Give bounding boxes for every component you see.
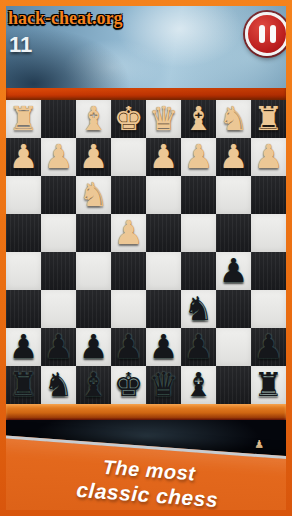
square-h3[interactable] [6,176,41,214]
square-b4[interactable] [216,214,251,252]
square-g2[interactable]: ♟ [41,138,76,176]
square-h8[interactable]: ♜ [6,366,41,404]
square-b3[interactable] [216,176,251,214]
square-e4[interactable]: ♟ [111,214,146,252]
square-f8[interactable]: ♝ [76,366,111,404]
white-pawn[interactable]: ♟ [146,138,181,176]
square-a4[interactable] [251,214,286,252]
square-d3[interactable] [146,176,181,214]
black-pawn[interactable]: ♟ [251,328,286,366]
square-h6[interactable] [6,290,41,328]
black-bishop[interactable]: ♝ [181,366,216,404]
black-pawn[interactable]: ♟ [6,328,41,366]
square-e7[interactable]: ♟ [111,328,146,366]
square-c3[interactable] [181,176,216,214]
square-c8[interactable]: ♝ [181,366,216,404]
white-pawn[interactable]: ♟ [216,138,251,176]
square-g5[interactable] [41,252,76,290]
square-h7[interactable]: ♟ [6,328,41,366]
black-pawn[interactable]: ♟ [41,328,76,366]
square-g4[interactable] [41,214,76,252]
white-bishop[interactable]: ♝ [181,100,216,138]
square-c6[interactable]: ♞ [181,290,216,328]
square-a7[interactable]: ♟ [251,328,286,366]
square-c4[interactable] [181,214,216,252]
square-f1[interactable]: ♝ [76,100,111,138]
black-bishop[interactable]: ♝ [76,366,111,404]
black-rook[interactable]: ♜ [6,366,41,404]
black-pawn[interactable]: ♟ [216,252,251,290]
square-e2[interactable] [111,138,146,176]
square-g6[interactable] [41,290,76,328]
square-f3[interactable]: ♞ [76,176,111,214]
square-d4[interactable] [146,214,181,252]
black-queen[interactable]: ♛ [146,366,181,404]
square-f5[interactable] [76,252,111,290]
black-pawn[interactable]: ♟ [146,328,181,366]
square-h5[interactable] [6,252,41,290]
square-d1[interactable]: ♛ [146,100,181,138]
timer-value: 11 [9,32,32,58]
square-b7[interactable] [216,328,251,366]
white-king[interactable]: ♚ [111,100,146,138]
square-f6[interactable] [76,290,111,328]
game-screen: hack-cheat.org 11 ♜♝♚♛♝♞♜♟♟♟♟♟♟♟♞♟♟♞♟♟♟♟… [6,6,286,510]
square-c7[interactable]: ♟ [181,328,216,366]
white-knight[interactable]: ♞ [216,100,251,138]
white-pawn[interactable]: ♟ [76,138,111,176]
square-d6[interactable] [146,290,181,328]
black-knight[interactable]: ♞ [41,366,76,404]
black-pawn[interactable]: ♟ [111,328,146,366]
square-a5[interactable] [251,252,286,290]
white-queen[interactable]: ♛ [146,100,181,138]
pause-button[interactable] [245,12,286,56]
square-f7[interactable]: ♟ [76,328,111,366]
square-e8[interactable]: ♚ [111,366,146,404]
square-e1[interactable]: ♚ [111,100,146,138]
square-e6[interactable] [111,290,146,328]
square-b6[interactable] [216,290,251,328]
square-h1[interactable]: ♜ [6,100,41,138]
square-c5[interactable] [181,252,216,290]
square-h2[interactable]: ♟ [6,138,41,176]
square-g8[interactable]: ♞ [41,366,76,404]
square-f2[interactable]: ♟ [76,138,111,176]
square-c2[interactable]: ♟ [181,138,216,176]
black-pawn[interactable]: ♟ [181,328,216,366]
square-f4[interactable] [76,214,111,252]
square-e5[interactable] [111,252,146,290]
black-rook[interactable]: ♜ [251,366,286,404]
square-g1[interactable] [41,100,76,138]
square-a2[interactable]: ♟ [251,138,286,176]
square-d2[interactable]: ♟ [146,138,181,176]
square-e3[interactable] [111,176,146,214]
square-g3[interactable] [41,176,76,214]
square-a1[interactable]: ♜ [251,100,286,138]
black-knight[interactable]: ♞ [181,290,216,328]
square-a3[interactable] [251,176,286,214]
header: hack-cheat.org 11 [6,6,286,88]
white-bishop[interactable]: ♝ [76,100,111,138]
white-pawn[interactable]: ♟ [251,138,286,176]
pause-icon [270,25,276,43]
square-d7[interactable]: ♟ [146,328,181,366]
square-g7[interactable]: ♟ [41,328,76,366]
square-b5[interactable]: ♟ [216,252,251,290]
promo-banner: The most classic chess [6,434,286,510]
banner-text: The most classic chess [6,447,286,510]
bottom-background: ♟ The most classic chess [6,420,286,510]
square-h4[interactable] [6,214,41,252]
pause-icon [259,25,265,43]
square-c1[interactable]: ♝ [181,100,216,138]
white-rook[interactable]: ♜ [251,100,286,138]
white-pawn[interactable]: ♟ [41,138,76,176]
app-frame: hack-cheat.org 11 ♜♝♚♛♝♞♜♟♟♟♟♟♟♟♞♟♟♞♟♟♟♟… [0,0,292,516]
square-a6[interactable] [251,290,286,328]
watermark-text: hack-cheat.org [8,8,122,29]
chess-board: ♜♝♚♛♝♞♜♟♟♟♟♟♟♟♞♟♟♞♟♟♟♟♟♟♟♜♞♝♚♛♝♜ [6,100,286,404]
black-king[interactable]: ♚ [111,366,146,404]
square-b1[interactable]: ♞ [216,100,251,138]
board-bottom-rail [6,404,286,420]
white-rook[interactable]: ♜ [6,100,41,138]
white-pawn[interactable]: ♟ [6,138,41,176]
white-pawn[interactable]: ♟ [181,138,216,176]
black-pawn[interactable]: ♟ [76,328,111,366]
square-d8[interactable]: ♛ [146,366,181,404]
square-b2[interactable]: ♟ [216,138,251,176]
white-pawn[interactable]: ♟ [111,214,146,252]
white-knight[interactable]: ♞ [76,176,111,214]
square-a8[interactable]: ♜ [251,366,286,404]
background-pawn-figurine: ♟ [254,438,264,451]
square-d5[interactable] [146,252,181,290]
square-b8[interactable] [216,366,251,404]
